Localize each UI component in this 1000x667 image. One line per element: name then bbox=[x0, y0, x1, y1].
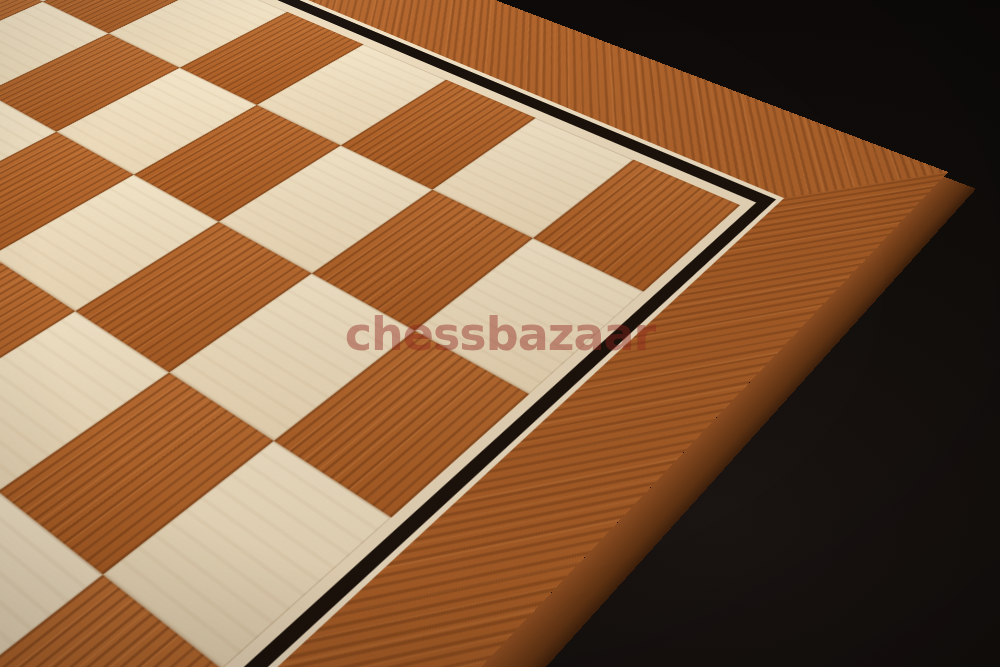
photo-background: chessbazaar bbox=[0, 0, 1000, 667]
chess-board bbox=[0, 0, 948, 667]
